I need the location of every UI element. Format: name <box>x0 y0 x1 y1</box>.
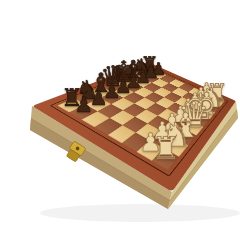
chess-set-product-photo: ♜♞♝♛♚♝♞♜♟♟♟♟♟♟♟♟♟♟♟♟♟♟♟♟♜♞♝♛♚♝♞♜ <box>0 0 240 239</box>
drop-shadow <box>40 204 240 222</box>
